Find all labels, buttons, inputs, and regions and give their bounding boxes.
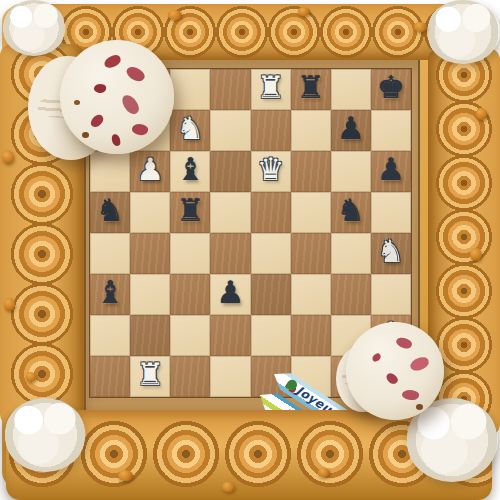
square-f6 [291,151,331,192]
square-g3 [331,274,371,315]
white-queen: ♛ [257,154,285,185]
square-d5 [210,192,250,233]
rose-petal [93,83,106,94]
black-king: ♚ [377,72,405,103]
caramel-drip [2,150,14,164]
square-d1 [210,356,250,397]
caramel-drip [4,298,15,311]
square-g6 [331,151,371,192]
white-rook: ♜ [136,359,164,390]
caramel-crumb [74,100,80,105]
meringue-corner-bottom-left [4,398,86,472]
caramel-crumb [416,404,423,410]
square-e8: ♜ [251,69,291,110]
rose-petal [131,122,149,137]
rose-petal [371,352,382,363]
square-g5: ♞ [331,192,371,233]
caramel-drip [318,468,330,477]
black-rook: ♜ [297,72,325,103]
square-e6: ♛ [251,151,291,192]
square-d8 [210,69,250,110]
rose-petal [88,113,105,129]
square-a4 [90,233,130,274]
square-f3 [291,274,331,315]
square-f8: ♜ [291,69,331,110]
caramel-drip [222,482,235,492]
square-c2 [170,315,210,356]
square-b3 [130,274,170,315]
black-pawn: ♟ [377,154,405,185]
square-d4 [210,233,250,274]
square-e3 [251,274,291,315]
square-d3: ♟ [210,274,250,315]
square-e4 [251,233,291,274]
cake-photo-scene: ♜♜♚♞♟♟♝♛♟♞♜♞♞♝♟♟♜♟ Joyeux Anniversaire [0,0,500,500]
caramel-drip [168,10,182,20]
macaron-shell-top [346,322,444,420]
black-pawn: ♟ [337,113,365,144]
square-c7: ♞ [170,110,210,151]
square-h8: ♚ [371,69,411,110]
square-f7 [291,110,331,151]
square-d6 [210,151,250,192]
white-knight: ♞ [176,113,204,144]
black-knight: ♞ [96,195,124,226]
square-d7 [210,110,250,151]
square-e7 [251,110,291,151]
rose-petal [103,53,123,69]
square-b2 [130,315,170,356]
macaron-shell-top [60,40,174,154]
rose-petal [409,356,430,373]
square-b5 [130,192,170,233]
rose-petal [120,92,142,117]
square-g8 [331,69,371,110]
macaron-bottom-right [336,320,444,426]
square-c5: ♜ [170,192,210,233]
rose-petal [401,389,419,402]
rose-petal [395,335,414,351]
black-bishop: ♝ [96,277,124,308]
caramel-drip [414,22,427,32]
black-knight: ♞ [337,195,365,226]
square-c1 [170,356,210,397]
white-rook: ♜ [257,72,285,103]
square-a3: ♝ [90,274,130,315]
macaron-top-left [28,40,176,174]
rose-petal [124,64,146,85]
square-h6: ♟ [371,151,411,192]
square-c3 [170,274,210,315]
square-h4: ♞ [371,233,411,274]
rose-petal [111,133,121,146]
square-b4 [130,233,170,274]
rose-petal [385,371,400,386]
black-rook: ♜ [176,195,204,226]
caramel-drip [26,372,36,382]
meringue-corner-top-right [426,0,500,64]
square-c8 [170,69,210,110]
square-a2 [90,315,130,356]
square-h3 [371,274,411,315]
square-c6: ♝ [170,151,210,192]
square-a1 [90,356,130,397]
square-g7: ♟ [331,110,371,151]
square-e5 [251,192,291,233]
caramel-drip [298,7,310,16]
black-bishop: ♝ [176,154,204,185]
square-a5: ♞ [90,192,130,233]
black-pawn: ♟ [217,277,245,308]
square-d2 [210,315,250,356]
caramel-drip [118,470,133,481]
white-knight: ♞ [377,236,405,267]
square-c4 [170,233,210,274]
caramel-crumb [82,132,89,138]
square-f5 [291,192,331,233]
square-b1: ♜ [130,356,170,397]
square-h5 [371,192,411,233]
square-h7 [371,110,411,151]
caramel-drip [476,108,487,120]
square-f4 [291,233,331,274]
square-g4 [331,233,371,274]
caramel-drip [470,248,482,261]
